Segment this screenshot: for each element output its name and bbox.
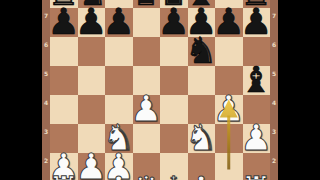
white-rook-h1[interactable]: ♜ [243, 172, 271, 180]
rank-label-2: 2 [270, 157, 278, 164]
black-pawn-g7[interactable]: ♟ [215, 4, 243, 40]
chess-board-area: 87654321 87654321 ♜♞♛♚♝♜♟♟♟♟♟♟♟♞♝♟♟♞♞♟♟♟… [42, 0, 278, 180]
black-bishop-h5[interactable]: ♝ [243, 62, 271, 98]
square-e3[interactable] [160, 124, 188, 153]
black-knight-f6[interactable]: ♞ [188, 33, 216, 69]
white-pawn-g4[interactable]: ♟ [215, 91, 243, 127]
white-knight-f3[interactable]: ♞ [188, 120, 216, 156]
black-pawn-h7[interactable]: ♟ [243, 4, 271, 40]
black-pawn-b7[interactable]: ♟ [78, 4, 106, 40]
square-b4[interactable] [78, 95, 106, 124]
black-pawn-e7[interactable]: ♟ [160, 4, 188, 40]
white-pawn-d4[interactable]: ♟ [133, 91, 161, 127]
letterbox-bar-right [278, 0, 320, 180]
white-pawn-b2[interactable]: ♟ [78, 149, 106, 180]
letterbox-bar-left [0, 0, 42, 180]
square-g2[interactable] [215, 153, 243, 180]
square-e4[interactable] [160, 95, 188, 124]
square-d6[interactable] [133, 37, 161, 66]
rank-label-4: 4 [42, 99, 50, 106]
white-king-e1[interactable]: ♚ [160, 172, 188, 180]
white-queen-d1[interactable]: ♛ [133, 172, 161, 180]
white-pawn-h3[interactable]: ♟ [243, 120, 271, 156]
square-a5[interactable] [50, 66, 78, 95]
rank-label-5: 5 [42, 70, 50, 77]
square-b5[interactable] [78, 66, 106, 95]
rank-label-4: 4 [270, 99, 278, 106]
black-queen-d8[interactable]: ♛ [133, 0, 161, 11]
white-rook-a1[interactable]: ♜ [50, 172, 78, 180]
rank-label-3: 3 [42, 128, 50, 135]
black-pawn-a7[interactable]: ♟ [50, 4, 78, 40]
square-e5[interactable] [160, 66, 188, 95]
black-pawn-c7[interactable]: ♟ [105, 4, 133, 40]
white-bishop-f1[interactable]: ♝ [188, 172, 216, 180]
rank-label-6: 6 [270, 41, 278, 48]
rank-label-6: 6 [42, 41, 50, 48]
square-a4[interactable] [50, 95, 78, 124]
white-bishop-c1[interactable]: ♝ [105, 172, 133, 180]
square-c5[interactable] [105, 66, 133, 95]
